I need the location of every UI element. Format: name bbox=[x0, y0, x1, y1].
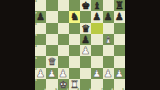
square-a8[interactable]: 8 bbox=[35, 0, 46, 11]
square-b6[interactable] bbox=[46, 23, 57, 34]
black-pawn[interactable]: ♟ bbox=[36, 11, 45, 22]
white-rook[interactable]: ♜ bbox=[70, 78, 79, 89]
screen: 8♚♝♜7♟♞♟♟♟6♛5♟♝4♟3♛2♟♟♟♟♟♟1abc♚d♜efgh bbox=[0, 0, 160, 90]
square-f5[interactable] bbox=[91, 34, 102, 45]
square-g7[interactable]: ♟ bbox=[103, 11, 114, 22]
square-e5[interactable]: ♟ bbox=[80, 34, 91, 45]
square-c6[interactable] bbox=[58, 23, 69, 34]
white-pawn[interactable]: ♟ bbox=[81, 45, 90, 56]
square-d5[interactable] bbox=[69, 34, 80, 45]
square-b3[interactable]: ♛ bbox=[46, 56, 57, 67]
square-h7[interactable]: ♟ bbox=[114, 11, 125, 22]
black-pawn[interactable]: ♟ bbox=[104, 11, 113, 22]
square-g2[interactable]: ♟ bbox=[103, 68, 114, 79]
rank-label-4: 4 bbox=[35, 45, 37, 48]
square-c2[interactable]: ♟ bbox=[58, 68, 69, 79]
square-d4[interactable] bbox=[69, 45, 80, 56]
square-g3[interactable] bbox=[103, 56, 114, 67]
square-c3[interactable] bbox=[58, 56, 69, 67]
square-g4[interactable] bbox=[103, 45, 114, 56]
square-h8[interactable]: ♜ bbox=[114, 0, 125, 11]
square-h2[interactable]: ♟ bbox=[114, 68, 125, 79]
rank-label-5: 5 bbox=[35, 34, 37, 37]
square-f2[interactable]: ♟ bbox=[91, 68, 102, 79]
square-a6[interactable]: 6 bbox=[35, 23, 46, 34]
square-d7[interactable]: ♞ bbox=[69, 11, 80, 22]
square-b7[interactable] bbox=[46, 11, 57, 22]
file-label-h: h bbox=[123, 87, 125, 90]
square-b4[interactable] bbox=[46, 45, 57, 56]
square-c5[interactable] bbox=[58, 34, 69, 45]
square-e1[interactable]: e bbox=[80, 79, 91, 90]
square-h6[interactable] bbox=[114, 23, 125, 34]
square-e6[interactable]: ♛ bbox=[80, 23, 91, 34]
square-d2[interactable] bbox=[69, 68, 80, 79]
square-a3[interactable]: 3 bbox=[35, 56, 46, 67]
chess-board: 8♚♝♜7♟♞♟♟♟6♛5♟♝4♟3♛2♟♟♟♟♟♟1abc♚d♜efgh bbox=[35, 0, 125, 90]
square-f7[interactable]: ♟ bbox=[91, 11, 102, 22]
square-e3[interactable] bbox=[80, 56, 91, 67]
black-bishop[interactable]: ♝ bbox=[92, 0, 101, 11]
square-g5[interactable]: ♝ bbox=[103, 34, 114, 45]
rank-label-8: 8 bbox=[35, 0, 37, 3]
black-pawn[interactable]: ♟ bbox=[92, 11, 101, 22]
square-e2[interactable] bbox=[80, 68, 91, 79]
white-queen[interactable]: ♛ bbox=[47, 56, 56, 67]
white-pawn[interactable]: ♟ bbox=[47, 67, 56, 78]
square-a5[interactable]: 5 bbox=[35, 34, 46, 45]
square-a7[interactable]: 7♟ bbox=[35, 11, 46, 22]
square-d3[interactable] bbox=[69, 56, 80, 67]
black-queen[interactable]: ♛ bbox=[81, 22, 90, 33]
square-h5[interactable] bbox=[114, 34, 125, 45]
square-f1[interactable]: f bbox=[91, 79, 102, 90]
square-a1[interactable]: 1a bbox=[35, 79, 46, 90]
square-d8[interactable] bbox=[69, 0, 80, 11]
white-king[interactable]: ♚ bbox=[59, 78, 68, 89]
white-pawn[interactable]: ♟ bbox=[104, 67, 113, 78]
square-b1[interactable]: b bbox=[46, 79, 57, 90]
square-f4[interactable] bbox=[91, 45, 102, 56]
square-c4[interactable] bbox=[58, 45, 69, 56]
square-b2[interactable]: ♟ bbox=[46, 68, 57, 79]
square-f6[interactable] bbox=[91, 23, 102, 34]
square-h4[interactable] bbox=[114, 45, 125, 56]
square-e8[interactable]: ♚ bbox=[80, 0, 91, 11]
square-b8[interactable] bbox=[46, 0, 57, 11]
square-e7[interactable] bbox=[80, 11, 91, 22]
square-f8[interactable]: ♝ bbox=[91, 0, 102, 11]
square-g1[interactable]: g bbox=[103, 79, 114, 90]
black-pawn[interactable]: ♟ bbox=[81, 33, 90, 44]
white-pawn[interactable]: ♟ bbox=[36, 67, 45, 78]
square-a4[interactable]: 4 bbox=[35, 45, 46, 56]
white-bishop[interactable]: ♝ bbox=[104, 33, 113, 44]
white-pawn[interactable]: ♟ bbox=[115, 67, 124, 78]
square-e4[interactable]: ♟ bbox=[80, 45, 91, 56]
square-f3[interactable] bbox=[91, 56, 102, 67]
white-pawn[interactable]: ♟ bbox=[92, 67, 101, 78]
square-c7[interactable] bbox=[58, 11, 69, 22]
black-pawn[interactable]: ♟ bbox=[115, 11, 124, 22]
rank-label-6: 6 bbox=[35, 23, 37, 26]
square-a2[interactable]: 2♟ bbox=[35, 68, 46, 79]
black-knight[interactable]: ♞ bbox=[70, 11, 79, 22]
square-g6[interactable] bbox=[103, 23, 114, 34]
rank-label-3: 3 bbox=[35, 57, 37, 60]
black-king[interactable]: ♚ bbox=[81, 0, 90, 11]
square-b5[interactable] bbox=[46, 34, 57, 45]
square-h1[interactable]: h bbox=[114, 79, 125, 90]
rank-label-1: 1 bbox=[35, 79, 37, 82]
square-c8[interactable] bbox=[58, 0, 69, 11]
square-d6[interactable] bbox=[69, 23, 80, 34]
black-rook[interactable]: ♜ bbox=[115, 0, 124, 11]
white-pawn[interactable]: ♟ bbox=[59, 67, 68, 78]
square-c1[interactable]: c♚ bbox=[58, 79, 69, 90]
square-h3[interactable] bbox=[114, 56, 125, 67]
square-g8[interactable] bbox=[103, 0, 114, 11]
square-d1[interactable]: d♜ bbox=[69, 79, 80, 90]
